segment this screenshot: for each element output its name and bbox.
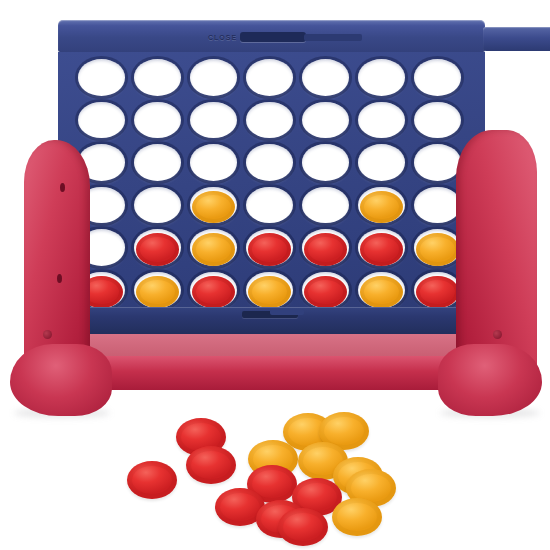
loose-red-disc bbox=[278, 508, 328, 546]
loose-discs-pile bbox=[0, 0, 550, 550]
loose-red-disc bbox=[186, 446, 236, 484]
connect-four-scene: CLOSE OPEN bbox=[0, 0, 550, 550]
loose-yellow-disc bbox=[332, 498, 382, 536]
loose-red-disc bbox=[127, 461, 177, 499]
